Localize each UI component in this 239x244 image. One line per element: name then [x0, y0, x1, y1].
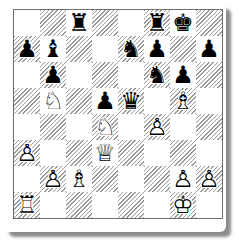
piece-white-knight: ♘	[92, 114, 118, 140]
square-a3: ♟♙	[14, 140, 40, 166]
piece-white-knight-fill: ♞	[92, 114, 118, 140]
piece-white-pawn-fill: ♟	[196, 166, 222, 192]
piece-white-bishop: ♗	[66, 166, 92, 192]
square-c4	[66, 114, 92, 140]
piece-white-pawn-fill: ♟	[144, 114, 170, 140]
square-e8	[118, 10, 144, 36]
square-b4	[40, 114, 66, 140]
square-d5: ♟	[92, 88, 118, 114]
square-d4: ♞♘	[92, 114, 118, 140]
square-c8: ♜	[66, 10, 92, 36]
piece-black-knight: ♞	[118, 36, 144, 62]
piece-white-queen: ♕	[92, 140, 118, 166]
square-g1: ♚♔	[170, 192, 196, 218]
square-g3	[170, 140, 196, 166]
square-d7	[92, 36, 118, 62]
square-c3	[66, 140, 92, 166]
square-h3	[196, 140, 222, 166]
piece-white-rook-fill: ♜	[14, 192, 40, 218]
square-e2	[118, 166, 144, 192]
diagram-card: ♜♜♚♟♝♞♟♟♟♞♟♞♘♟♛♝♗♞♘♟♙♟♙♛♕♟♙♝♗♟♙♟♙♜♖♚♔	[2, 2, 226, 232]
piece-white-rook: ♖	[14, 192, 40, 218]
piece-white-pawn: ♙	[14, 140, 40, 166]
square-e5: ♛	[118, 88, 144, 114]
piece-white-pawn-fill: ♟	[14, 140, 40, 166]
square-f6: ♞	[144, 62, 170, 88]
square-b1	[40, 192, 66, 218]
square-f7: ♟	[144, 36, 170, 62]
square-b5: ♞♘	[40, 88, 66, 114]
square-f2	[144, 166, 170, 192]
square-g8: ♚	[170, 10, 196, 36]
square-e7: ♞	[118, 36, 144, 62]
square-f4: ♟♙	[144, 114, 170, 140]
square-g6: ♟	[170, 62, 196, 88]
square-d1	[92, 192, 118, 218]
square-b6: ♟	[40, 62, 66, 88]
piece-white-pawn-fill: ♟	[170, 166, 196, 192]
square-d6	[92, 62, 118, 88]
square-a5	[14, 88, 40, 114]
piece-white-knight-fill: ♞	[40, 88, 66, 114]
square-h1	[196, 192, 222, 218]
square-d2	[92, 166, 118, 192]
piece-white-pawn: ♙	[40, 166, 66, 192]
piece-black-pawn: ♟	[170, 62, 196, 88]
square-e4	[118, 114, 144, 140]
piece-black-pawn: ♟	[92, 88, 118, 114]
piece-white-pawn: ♙	[170, 166, 196, 192]
square-d8	[92, 10, 118, 36]
square-a2	[14, 166, 40, 192]
square-f3	[144, 140, 170, 166]
piece-white-bishop-fill: ♝	[66, 166, 92, 192]
square-e1	[118, 192, 144, 218]
piece-black-pawn: ♟	[14, 36, 40, 62]
square-f5	[144, 88, 170, 114]
square-e6	[118, 62, 144, 88]
square-c2: ♝♗	[66, 166, 92, 192]
square-b8	[40, 10, 66, 36]
square-b2: ♟♙	[40, 166, 66, 192]
piece-black-queen: ♛	[118, 88, 144, 114]
square-d3: ♛♕	[92, 140, 118, 166]
square-h5	[196, 88, 222, 114]
piece-white-bishop-fill: ♝	[170, 88, 196, 114]
piece-black-rook: ♜	[144, 10, 170, 36]
chess-board: ♜♜♚♟♝♞♟♟♟♞♟♞♘♟♛♝♗♞♘♟♙♟♙♛♕♟♙♝♗♟♙♟♙♜♖♚♔	[13, 9, 223, 219]
square-a7: ♟	[14, 36, 40, 62]
square-b7: ♝	[40, 36, 66, 62]
square-b3	[40, 140, 66, 166]
square-g7	[170, 36, 196, 62]
square-c7	[66, 36, 92, 62]
square-g5: ♝♗	[170, 88, 196, 114]
piece-black-pawn: ♟	[40, 62, 66, 88]
square-a6	[14, 62, 40, 88]
square-h7: ♟	[196, 36, 222, 62]
square-c1	[66, 192, 92, 218]
piece-black-pawn: ♟	[144, 36, 170, 62]
piece-white-king: ♔	[170, 192, 196, 218]
piece-black-bishop: ♝	[40, 36, 66, 62]
piece-black-rook: ♜	[66, 10, 92, 36]
piece-white-pawn: ♙	[196, 166, 222, 192]
piece-white-pawn: ♙	[144, 114, 170, 140]
square-h6	[196, 62, 222, 88]
piece-black-king: ♚	[170, 10, 196, 36]
square-h2: ♟♙	[196, 166, 222, 192]
square-a4	[14, 114, 40, 140]
square-f8: ♜	[144, 10, 170, 36]
square-c6	[66, 62, 92, 88]
square-a1: ♜♖	[14, 192, 40, 218]
square-h8	[196, 10, 222, 36]
square-a8	[14, 10, 40, 36]
square-f1	[144, 192, 170, 218]
square-e3	[118, 140, 144, 166]
piece-white-queen-fill: ♛	[92, 140, 118, 166]
piece-white-bishop: ♗	[170, 88, 196, 114]
piece-black-pawn: ♟	[196, 36, 222, 62]
piece-white-pawn-fill: ♟	[40, 166, 66, 192]
square-g2: ♟♙	[170, 166, 196, 192]
square-g4	[170, 114, 196, 140]
square-c5	[66, 88, 92, 114]
piece-white-knight: ♘	[40, 88, 66, 114]
piece-white-king-fill: ♚	[170, 192, 196, 218]
square-h4	[196, 114, 222, 140]
piece-black-knight: ♞	[144, 62, 170, 88]
